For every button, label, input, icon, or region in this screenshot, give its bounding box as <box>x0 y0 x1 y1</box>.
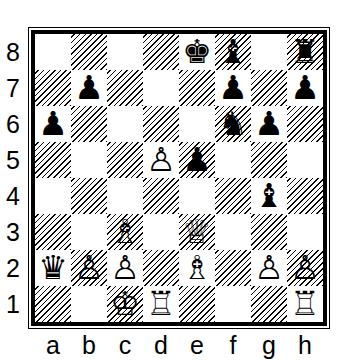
square-g4[interactable]: ♝ <box>251 178 287 214</box>
file-label-a: a <box>35 331 71 360</box>
square-f2[interactable] <box>215 250 251 286</box>
piece-bP-g6: ♟ <box>254 106 284 142</box>
square-b8[interactable] <box>71 34 107 70</box>
piece-wP-h2: ♙ <box>290 250 320 286</box>
square-h5[interactable] <box>287 142 323 178</box>
piece-bP-h7: ♟ <box>290 70 320 106</box>
rank-label-6: 6 <box>0 106 26 142</box>
rank-label-5: 5 <box>0 142 26 178</box>
square-a7[interactable] <box>35 70 71 106</box>
square-g6[interactable]: ♟ <box>251 106 287 142</box>
square-g1[interactable] <box>251 286 287 322</box>
square-d2[interactable] <box>143 250 179 286</box>
square-d7[interactable] <box>143 70 179 106</box>
square-h7[interactable]: ♟ <box>287 70 323 106</box>
piece-bP-f7: ♟ <box>218 70 248 106</box>
piece-bK-e8: ♚ <box>182 34 212 70</box>
file-label-f: f <box>215 331 251 360</box>
piece-bN-f6: ♞ <box>218 106 248 142</box>
piece-bP-b7: ♟ <box>74 70 104 106</box>
square-d1[interactable]: ♖ <box>143 286 179 322</box>
square-e8[interactable]: ♚ <box>179 34 215 70</box>
rank-label-7: 7 <box>0 70 26 106</box>
piece-wQ-e3: ♕ <box>182 214 212 250</box>
square-b2[interactable]: ♙ <box>71 250 107 286</box>
square-c7[interactable] <box>107 70 143 106</box>
square-b6[interactable] <box>71 106 107 142</box>
square-h4[interactable] <box>287 178 323 214</box>
piece-bP-a6: ♟ <box>38 106 68 142</box>
square-h6[interactable] <box>287 106 323 142</box>
piece-wP-g2: ♙ <box>254 250 284 286</box>
square-b1[interactable] <box>71 286 107 322</box>
square-a6[interactable]: ♟ <box>35 106 71 142</box>
square-h1[interactable]: ♖ <box>287 286 323 322</box>
square-b5[interactable] <box>71 142 107 178</box>
piece-bB-g4: ♝ <box>254 178 284 214</box>
square-b3[interactable] <box>71 214 107 250</box>
square-f7[interactable]: ♟ <box>215 70 251 106</box>
square-d3[interactable] <box>143 214 179 250</box>
square-a8[interactable] <box>35 34 71 70</box>
file-label-b: b <box>71 331 107 360</box>
square-e3[interactable]: ♕ <box>179 214 215 250</box>
piece-wB-e2: ♗ <box>182 250 212 286</box>
board: ♚♝♜♟♟♟♟♞♟♙♟♝♗♕♛♙♙♗♙♙♔♖♖ <box>35 34 323 322</box>
piece-bP-e5: ♟ <box>182 142 212 178</box>
square-a2[interactable]: ♛ <box>35 250 71 286</box>
square-g3[interactable] <box>251 214 287 250</box>
rank-label-3: 3 <box>0 214 26 250</box>
square-f4[interactable] <box>215 178 251 214</box>
square-e7[interactable] <box>179 70 215 106</box>
square-f8[interactable]: ♝ <box>215 34 251 70</box>
file-label-c: c <box>107 331 143 360</box>
square-g8[interactable] <box>251 34 287 70</box>
square-f5[interactable] <box>215 142 251 178</box>
square-f6[interactable]: ♞ <box>215 106 251 142</box>
square-e6[interactable] <box>179 106 215 142</box>
square-h3[interactable] <box>287 214 323 250</box>
square-b4[interactable] <box>71 178 107 214</box>
file-label-h: h <box>287 331 323 360</box>
piece-wB-c3: ♗ <box>110 214 140 250</box>
square-b7[interactable]: ♟ <box>71 70 107 106</box>
piece-wK-c1: ♔ <box>110 286 140 322</box>
square-f3[interactable] <box>215 214 251 250</box>
square-a1[interactable] <box>35 286 71 322</box>
square-h2[interactable]: ♙ <box>287 250 323 286</box>
square-c4[interactable] <box>107 178 143 214</box>
square-d4[interactable] <box>143 178 179 214</box>
square-g7[interactable] <box>251 70 287 106</box>
rank-label-8: 8 <box>0 34 26 70</box>
square-d6[interactable] <box>143 106 179 142</box>
board-border: ♚♝♜♟♟♟♟♞♟♙♟♝♗♕♛♙♙♗♙♙♔♖♖ <box>31 30 327 326</box>
board-frame: ♚♝♜♟♟♟♟♞♟♙♟♝♗♕♛♙♙♗♙♙♔♖♖ <box>28 27 330 329</box>
rank-label-4: 4 <box>0 178 26 214</box>
square-d8[interactable] <box>143 34 179 70</box>
square-e1[interactable] <box>179 286 215 322</box>
rank-labels: 87654321 <box>0 34 26 322</box>
piece-bB-f8: ♝ <box>218 34 248 70</box>
square-h8[interactable]: ♜ <box>287 34 323 70</box>
square-d5[interactable]: ♙ <box>143 142 179 178</box>
file-label-d: d <box>143 331 179 360</box>
square-g2[interactable]: ♙ <box>251 250 287 286</box>
piece-bR-h8: ♜ <box>290 34 320 70</box>
piece-wP-d5: ♙ <box>146 142 176 178</box>
rank-label-2: 2 <box>0 250 26 286</box>
square-c3[interactable]: ♗ <box>107 214 143 250</box>
piece-wP-b2: ♙ <box>74 250 104 286</box>
square-e5[interactable]: ♟ <box>179 142 215 178</box>
square-a3[interactable] <box>35 214 71 250</box>
file-label-g: g <box>251 331 287 360</box>
square-a5[interactable] <box>35 142 71 178</box>
square-c2[interactable]: ♙ <box>107 250 143 286</box>
piece-wP-c2: ♙ <box>110 250 140 286</box>
square-g5[interactable] <box>251 142 287 178</box>
square-c8[interactable] <box>107 34 143 70</box>
square-c5[interactable] <box>107 142 143 178</box>
square-f1[interactable] <box>215 286 251 322</box>
chess-diagram-page: 87654321 ♚♝♜♟♟♟♟♞♟♙♟♝♗♕♛♙♙♗♙♙♔♖♖ abcdefg… <box>0 0 360 360</box>
square-c1[interactable]: ♔ <box>107 286 143 322</box>
piece-wR-d1: ♖ <box>146 286 176 322</box>
rank-label-1: 1 <box>0 286 26 322</box>
file-label-e: e <box>179 331 215 360</box>
square-c6[interactable] <box>107 106 143 142</box>
square-a4[interactable] <box>35 178 71 214</box>
square-e4[interactable] <box>179 178 215 214</box>
piece-bQ-a2: ♛ <box>38 250 68 286</box>
file-labels: abcdefgh <box>35 331 323 358</box>
square-e2[interactable]: ♗ <box>179 250 215 286</box>
piece-wR-h1: ♖ <box>290 286 320 322</box>
